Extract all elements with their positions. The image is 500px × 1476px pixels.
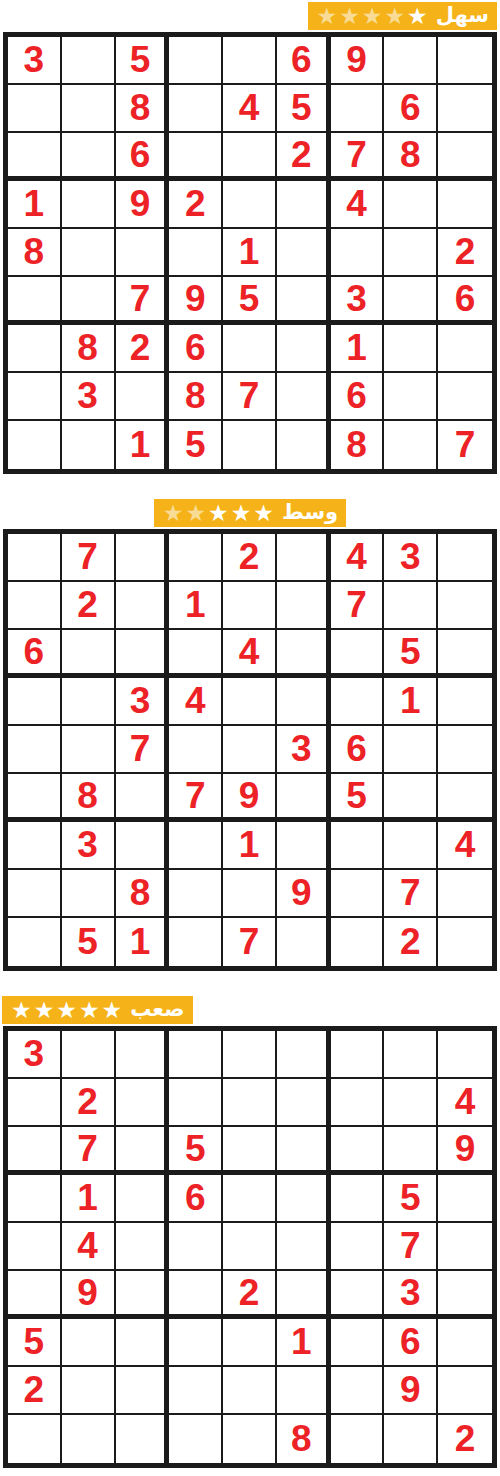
cell-r7c6: [277, 822, 331, 870]
cell-r4c7: [331, 678, 385, 726]
cell-r8c3: [116, 1367, 170, 1415]
cell-r9c6: [277, 421, 331, 469]
cell-r1c2: [62, 1031, 116, 1079]
difficulty-label-easy: سهل: [436, 5, 489, 26]
cell-r2c9: [438, 85, 492, 133]
cell-r3c7: 7: [331, 133, 385, 181]
cell-r1c9: [438, 1031, 492, 1079]
cell-r5c7: 6: [331, 726, 385, 774]
cell-r9c8: [384, 421, 438, 469]
cell-r2c6: [277, 582, 331, 630]
cell-r2c6: [277, 1079, 331, 1127]
cell-r4c5: [223, 678, 277, 726]
sudoku-board-medium: 724321764534173687953148975172: [3, 529, 497, 971]
cell-r8c2: [62, 870, 116, 918]
cell-r2c6: 5: [277, 85, 331, 133]
cell-r1c6: [277, 1031, 331, 1079]
cell-r9c1: [8, 918, 62, 966]
cell-r4c9: [438, 678, 492, 726]
star-icon: ★: [406, 5, 429, 28]
cell-r5c8: [384, 726, 438, 774]
cell-r9c7: 8: [331, 421, 385, 469]
cell-r3c9: [438, 133, 492, 181]
cell-r1c4: [169, 37, 223, 85]
cell-r7c7: 1: [331, 325, 385, 373]
cell-r5c7: [331, 229, 385, 277]
cell-r2c7: [331, 1079, 385, 1127]
cell-r6c4: 7: [169, 774, 223, 822]
cell-r2c3: [116, 582, 170, 630]
cell-r3c3: [116, 630, 170, 678]
cell-r7c5: 1: [223, 822, 277, 870]
cell-r1c7: [331, 1031, 385, 1079]
cell-r6c8: [384, 277, 438, 325]
cell-r2c8: [384, 582, 438, 630]
cell-r6c9: [438, 1271, 492, 1319]
star-icon: ★: [10, 999, 33, 1022]
cell-r8c7: [331, 1367, 385, 1415]
cell-r1c8: [384, 37, 438, 85]
cell-r5c2: 4: [62, 1223, 116, 1271]
star-icon: ★: [252, 502, 275, 525]
cell-r4c6: [277, 181, 331, 229]
cell-r2c8: 6: [384, 85, 438, 133]
difficulty-badge-hard: ★★★★★ صعب: [2, 996, 193, 1024]
cell-r6c4: 9: [169, 277, 223, 325]
cell-r5c3: 7: [116, 726, 170, 774]
cell-r8c9: [438, 1367, 492, 1415]
cell-r8c1: [8, 870, 62, 918]
cell-r9c1: [8, 1415, 62, 1463]
cell-r8c8: 7: [384, 870, 438, 918]
cell-r8c7: [331, 870, 385, 918]
cell-r9c6: 8: [277, 1415, 331, 1463]
cell-r4c5: [223, 1175, 277, 1223]
cell-r3c5: 4: [223, 630, 277, 678]
cell-r3c9: 9: [438, 1127, 492, 1175]
cell-r8c9: [438, 870, 492, 918]
cell-r6c6: [277, 1271, 331, 1319]
cell-r2c2: [62, 85, 116, 133]
cell-r4c8: [384, 181, 438, 229]
cell-r7c1: [8, 325, 62, 373]
cell-r6c1: [8, 277, 62, 325]
cell-r9c3: 1: [116, 421, 170, 469]
cell-r6c6: [277, 277, 331, 325]
cell-r7c5: [223, 1319, 277, 1367]
cell-r1c3: [116, 534, 170, 582]
cell-r3c2: 7: [62, 1127, 116, 1175]
cell-r8c8: 9: [384, 1367, 438, 1415]
sudoku-board-easy: 356984566278192481279536826138761587: [3, 32, 497, 474]
cell-r7c3: [116, 1319, 170, 1367]
cell-r4c2: [62, 678, 116, 726]
cell-r5c4: [169, 1223, 223, 1271]
cell-r7c2: 3: [62, 822, 116, 870]
cell-r1c4: [169, 1031, 223, 1079]
star-icon: ★: [316, 5, 339, 28]
cell-r4c4: 4: [169, 678, 223, 726]
cell-r9c7: [331, 1415, 385, 1463]
cell-r9c5: 7: [223, 918, 277, 966]
cell-r8c1: [8, 373, 62, 421]
cell-r5c2: [62, 229, 116, 277]
cell-r1c3: 5: [116, 37, 170, 85]
cell-r5c6: [277, 229, 331, 277]
cell-r3c5: [223, 1127, 277, 1175]
cell-r8c2: [62, 1367, 116, 1415]
star-icon: ★: [207, 502, 230, 525]
cell-r1c3: [116, 1031, 170, 1079]
cell-r1c5: 2: [223, 534, 277, 582]
cell-r3c7: [331, 630, 385, 678]
cell-r5c6: [277, 1223, 331, 1271]
cell-r4c7: 4: [331, 181, 385, 229]
cell-r8c4: [169, 870, 223, 918]
cell-r2c8: [384, 1079, 438, 1127]
cell-r5c5: 1: [223, 229, 277, 277]
cell-r2c4: [169, 1079, 223, 1127]
cell-r4c2: [62, 181, 116, 229]
cell-r7c4: [169, 822, 223, 870]
cell-r6c3: 7: [116, 277, 170, 325]
cell-r2c3: 8: [116, 85, 170, 133]
cell-r2c4: 1: [169, 582, 223, 630]
cell-r5c9: [438, 726, 492, 774]
difficulty-label-medium: وسط: [282, 502, 338, 523]
cell-r1c8: [384, 1031, 438, 1079]
cell-r5c9: 2: [438, 229, 492, 277]
cell-r5c5: [223, 726, 277, 774]
cell-r3c8: 5: [384, 630, 438, 678]
cell-r4c5: [223, 181, 277, 229]
cell-r2c1: [8, 85, 62, 133]
star-icon: ★: [162, 502, 185, 525]
cell-r7c8: 6: [384, 1319, 438, 1367]
cell-r7c8: [384, 325, 438, 373]
cell-r4c8: 1: [384, 678, 438, 726]
cell-r4c7: [331, 1175, 385, 1223]
cell-r4c8: 5: [384, 1175, 438, 1223]
cell-r7c8: [384, 822, 438, 870]
cell-r3c3: 6: [116, 133, 170, 181]
cell-r9c2: [62, 421, 116, 469]
cell-r7c3: 2: [116, 325, 170, 373]
cell-r9c6: [277, 918, 331, 966]
cell-r2c2: 2: [62, 582, 116, 630]
cell-r8c5: [223, 870, 277, 918]
cell-r8c4: [169, 1367, 223, 1415]
cell-r6c2: [62, 277, 116, 325]
cell-r2c1: [8, 582, 62, 630]
cell-r7c2: 8: [62, 325, 116, 373]
cell-r9c4: 5: [169, 421, 223, 469]
sudoku-puzzle-medium: ★★★★★ وسط 724321764534173687953148975172: [0, 499, 500, 971]
cell-r1c5: [223, 1031, 277, 1079]
cell-r1c1: 3: [8, 37, 62, 85]
difficulty-badge-medium: ★★★★★ وسط: [154, 499, 346, 527]
star-icon: ★: [383, 5, 406, 28]
cell-r9c1: [8, 421, 62, 469]
cell-r2c9: 4: [438, 1079, 492, 1127]
cell-r8c1: 2: [8, 1367, 62, 1415]
cell-r7c4: [169, 1319, 223, 1367]
cell-r4c2: 1: [62, 1175, 116, 1223]
cell-r4c6: [277, 678, 331, 726]
cell-r9c3: 1: [116, 918, 170, 966]
cell-r4c4: 2: [169, 181, 223, 229]
star-icon: ★: [230, 502, 253, 525]
cell-r3c5: [223, 133, 277, 181]
difficulty-badge-easy: ★★★★★ سهل: [308, 2, 497, 30]
cell-r1c1: [8, 534, 62, 582]
cell-r9c5: [223, 421, 277, 469]
cell-r6c6: [277, 774, 331, 822]
difficulty-label-hard: صعب: [130, 999, 184, 1020]
difficulty-row-easy: ★★★★★ سهل: [0, 2, 500, 30]
cell-r7c4: 6: [169, 325, 223, 373]
cell-r2c1: [8, 1079, 62, 1127]
difficulty-stars-hard: ★★★★★: [10, 999, 123, 1022]
cell-r2c9: [438, 582, 492, 630]
cell-r1c4: [169, 534, 223, 582]
cell-r4c9: [438, 1175, 492, 1223]
cell-r2c7: 7: [331, 582, 385, 630]
cell-r8c9: [438, 373, 492, 421]
cell-r2c2: 2: [62, 1079, 116, 1127]
cell-r2c4: [169, 85, 223, 133]
cell-r4c1: [8, 1175, 62, 1223]
cell-r6c3: [116, 1271, 170, 1319]
cell-r7c9: 4: [438, 822, 492, 870]
cell-r7c1: 5: [8, 1319, 62, 1367]
difficulty-stars-medium: ★★★★★: [162, 502, 275, 525]
cell-r5c3: [116, 1223, 170, 1271]
cell-r5c3: [116, 229, 170, 277]
cell-r1c2: [62, 37, 116, 85]
cell-r9c3: [116, 1415, 170, 1463]
cell-r4c9: [438, 181, 492, 229]
cell-r4c1: 1: [8, 181, 62, 229]
star-icon: ★: [55, 999, 78, 1022]
cell-r6c9: [438, 774, 492, 822]
sudoku-board-hard: 324759165479235162982: [3, 1026, 497, 1468]
cell-r5c6: 3: [277, 726, 331, 774]
cell-r3c2: [62, 133, 116, 181]
cell-r6c2: 9: [62, 1271, 116, 1319]
cell-r7c9: [438, 325, 492, 373]
cell-r9c9: 2: [438, 1415, 492, 1463]
cell-r9c9: 7: [438, 421, 492, 469]
cell-r1c6: [277, 534, 331, 582]
cell-r7c6: 1: [277, 1319, 331, 1367]
cell-r5c1: 8: [8, 229, 62, 277]
cell-r9c9: [438, 918, 492, 966]
cell-r3c4: [169, 133, 223, 181]
cell-r5c2: [62, 726, 116, 774]
cell-r3c3: [116, 1127, 170, 1175]
star-icon: ★: [361, 5, 384, 28]
cell-r9c4: [169, 918, 223, 966]
cell-r2c7: [331, 85, 385, 133]
cell-r3c6: [277, 1127, 331, 1175]
cell-r5c4: [169, 229, 223, 277]
cell-r7c7: [331, 1319, 385, 1367]
cell-r5c8: [384, 229, 438, 277]
cell-r5c1: [8, 1223, 62, 1271]
cell-r5c4: [169, 726, 223, 774]
cell-r5c7: [331, 1223, 385, 1271]
cell-r8c6: 9: [277, 870, 331, 918]
cell-r6c8: 3: [384, 1271, 438, 1319]
star-icon: ★: [184, 502, 207, 525]
cell-r9c2: 5: [62, 918, 116, 966]
star-icon: ★: [338, 5, 361, 28]
cell-r8c4: 8: [169, 373, 223, 421]
cell-r1c1: 3: [8, 1031, 62, 1079]
cell-r8c5: [223, 1367, 277, 1415]
cell-r3c6: 2: [277, 133, 331, 181]
cell-r6c1: [8, 1271, 62, 1319]
sudoku-puzzle-easy: ★★★★★ سهل 356984566278192481279536826138…: [0, 2, 500, 474]
cell-r3c1: 6: [8, 630, 62, 678]
cell-r8c7: 6: [331, 373, 385, 421]
cell-r7c1: [8, 822, 62, 870]
cell-r3c7: [331, 1127, 385, 1175]
cell-r6c9: 6: [438, 277, 492, 325]
cell-r1c7: 4: [331, 534, 385, 582]
cell-r7c2: [62, 1319, 116, 1367]
difficulty-row-medium: ★★★★★ وسط: [0, 499, 500, 527]
cell-r3c6: [277, 630, 331, 678]
cell-r1c8: 3: [384, 534, 438, 582]
cell-r1c2: 7: [62, 534, 116, 582]
cell-r3c4: 5: [169, 1127, 223, 1175]
cell-r1c9: [438, 534, 492, 582]
cell-r6c7: 3: [331, 277, 385, 325]
cell-r8c3: [116, 373, 170, 421]
cell-r4c3: 9: [116, 181, 170, 229]
cell-r8c8: [384, 373, 438, 421]
cell-r6c8: [384, 774, 438, 822]
cell-r3c8: [384, 1127, 438, 1175]
cell-r8c5: 7: [223, 373, 277, 421]
cell-r1c9: [438, 37, 492, 85]
star-icon: ★: [33, 999, 56, 1022]
cell-r8c3: 8: [116, 870, 170, 918]
cell-r7c9: [438, 1319, 492, 1367]
cell-r5c1: [8, 726, 62, 774]
cell-r7c3: [116, 822, 170, 870]
cell-r3c8: 8: [384, 133, 438, 181]
cell-r5c8: 7: [384, 1223, 438, 1271]
cell-r5c9: [438, 1223, 492, 1271]
cell-r9c2: [62, 1415, 116, 1463]
difficulty-row-hard: ★★★★★ صعب: [0, 996, 500, 1024]
cell-r8c2: 3: [62, 373, 116, 421]
cell-r7c6: [277, 325, 331, 373]
cell-r6c1: [8, 774, 62, 822]
cell-r4c3: [116, 1175, 170, 1223]
cell-r6c4: [169, 1271, 223, 1319]
star-icon: ★: [101, 999, 124, 1022]
cell-r6c2: 8: [62, 774, 116, 822]
cell-r3c1: [8, 133, 62, 181]
cell-r8c6: [277, 373, 331, 421]
cell-r4c3: 3: [116, 678, 170, 726]
cell-r4c4: 6: [169, 1175, 223, 1223]
cell-r1c5: [223, 37, 277, 85]
cell-r4c6: [277, 1175, 331, 1223]
cell-r6c7: [331, 1271, 385, 1319]
cell-r5c5: [223, 1223, 277, 1271]
sudoku-puzzle-hard: ★★★★★ صعب 324759165479235162982: [0, 996, 500, 1468]
cell-r6c5: 2: [223, 1271, 277, 1319]
cell-r4c1: [8, 678, 62, 726]
cell-r9c5: [223, 1415, 277, 1463]
cell-r2c5: [223, 1079, 277, 1127]
cell-r9c4: [169, 1415, 223, 1463]
cell-r9c7: [331, 918, 385, 966]
cell-r1c7: 9: [331, 37, 385, 85]
difficulty-stars-easy: ★★★★★: [316, 5, 429, 28]
cell-r7c5: [223, 325, 277, 373]
cell-r3c1: [8, 1127, 62, 1175]
cell-r6c7: 5: [331, 774, 385, 822]
cell-r2c3: [116, 1079, 170, 1127]
cell-r2c5: [223, 582, 277, 630]
cell-r3c4: [169, 630, 223, 678]
cell-r6c3: [116, 774, 170, 822]
cell-r3c9: [438, 630, 492, 678]
cell-r6c5: 5: [223, 277, 277, 325]
cell-r7c7: [331, 822, 385, 870]
cell-r6c5: 9: [223, 774, 277, 822]
cell-r1c6: 6: [277, 37, 331, 85]
cell-r9c8: [384, 1415, 438, 1463]
cell-r3c2: [62, 630, 116, 678]
star-icon: ★: [78, 999, 101, 1022]
cell-r2c5: 4: [223, 85, 277, 133]
cell-r8c6: [277, 1367, 331, 1415]
cell-r9c8: 2: [384, 918, 438, 966]
